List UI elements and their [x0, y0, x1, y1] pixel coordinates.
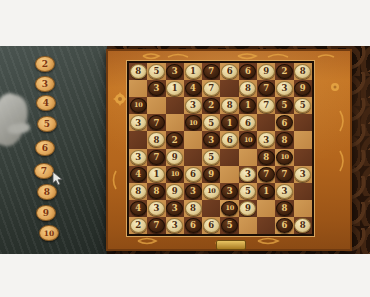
disc-8-dark[interactable]: 8: [276, 201, 293, 216]
square-r8c3[interactable]: 9: [166, 183, 184, 200]
square-r10c3[interactable]: 3: [166, 217, 184, 234]
square-r2c2[interactable]: 3: [147, 80, 165, 97]
square-r8c9[interactable]: 3: [275, 183, 293, 200]
disc-3-dark[interactable]: 3: [185, 184, 202, 199]
disc-9-light[interactable]: 9: [166, 184, 183, 199]
square-r2c6[interactable]: [220, 80, 238, 97]
disc-5-light[interactable]: 5: [148, 64, 165, 79]
square-r2c8[interactable]: 7: [257, 80, 275, 97]
disc-3-light[interactable]: 3: [148, 201, 165, 216]
disc-8-light[interactable]: 8: [148, 132, 165, 147]
disc-6-light[interactable]: 6: [185, 167, 202, 182]
disc-3-dark[interactable]: 3: [203, 132, 220, 147]
disc-10-light[interactable]: 10: [203, 184, 220, 199]
disc-8-light[interactable]: 8: [130, 184, 147, 199]
disc-1-light[interactable]: 1: [148, 167, 165, 182]
brass-clasp: [216, 240, 246, 250]
square-r6c4[interactable]: [184, 149, 202, 166]
disc-2-dark[interactable]: 2: [166, 132, 183, 147]
square-r7c5[interactable]: 9: [202, 166, 220, 183]
square-r8c10[interactable]: [294, 183, 312, 200]
disc-3-light[interactable]: 3: [294, 167, 311, 182]
square-r4c10[interactable]: [294, 114, 312, 131]
square-r2c9[interactable]: 3: [275, 80, 293, 97]
square-r3c5[interactable]: 2: [202, 97, 220, 114]
square-r10c2[interactable]: 7: [147, 217, 165, 234]
disc-9-dark[interactable]: 9: [294, 81, 311, 96]
disc-6-dark[interactable]: 6: [276, 218, 293, 233]
square-r1c4[interactable]: 1: [184, 63, 202, 80]
disc-6-light[interactable]: 6: [221, 64, 238, 79]
square-r2c3[interactable]: 1: [166, 80, 184, 97]
square-r8c1[interactable]: 8: [129, 183, 147, 200]
square-r3c3[interactable]: [166, 97, 184, 114]
square-r2c5[interactable]: 7: [202, 80, 220, 97]
square-r2c4[interactable]: 4: [184, 80, 202, 97]
disc-8-light[interactable]: 8: [185, 201, 202, 216]
square-r4c2[interactable]: 7: [147, 114, 165, 131]
square-r1c10[interactable]: 8: [294, 63, 312, 80]
tray-disc-10[interactable]: 10: [39, 225, 59, 241]
square-r5c6[interactable]: 6: [220, 131, 238, 148]
disc-3-dark[interactable]: 3: [166, 201, 183, 216]
square-r7c2[interactable]: 1: [147, 166, 165, 183]
screenshot: { "game": "Wooden 10x10 number-placement…: [0, 0, 370, 297]
square-r8c7[interactable]: 5: [239, 183, 257, 200]
disc-7-dark[interactable]: 7: [276, 167, 293, 182]
square-r6c9[interactable]: 10: [275, 149, 293, 166]
tray-disc-9[interactable]: 9: [36, 205, 56, 221]
square-r6c3[interactable]: 9: [166, 149, 184, 166]
square-r5c1[interactable]: [129, 131, 147, 148]
letterbox-bottom: [0, 254, 370, 297]
disc-6-dark[interactable]: 6: [276, 115, 293, 130]
square-r4c8[interactable]: [257, 114, 275, 131]
square-r1c5[interactable]: 7: [202, 63, 220, 80]
square-r5c8[interactable]: 3: [257, 131, 275, 148]
disc-6-light[interactable]: 6: [221, 132, 238, 147]
square-r8c6[interactable]: 3: [220, 183, 238, 200]
square-r10c5[interactable]: 6: [202, 217, 220, 234]
square-r5c9[interactable]: 8: [275, 131, 293, 148]
square-r6c2[interactable]: 7: [147, 149, 165, 166]
square-r10c7[interactable]: [239, 217, 257, 234]
square-r7c1[interactable]: 4: [129, 166, 147, 183]
disc-3-light[interactable]: 3: [276, 184, 293, 199]
disc-4-dark[interactable]: 4: [185, 81, 202, 96]
disc-7-light[interactable]: 7: [203, 81, 220, 96]
tray-disc-7[interactable]: 7: [34, 163, 54, 179]
disc-6-light[interactable]: 6: [203, 218, 220, 233]
disc-8-light[interactable]: 8: [130, 64, 147, 79]
square-r1c1[interactable]: 8: [129, 63, 147, 80]
square-r8c2[interactable]: 8: [147, 183, 165, 200]
square-r10c9[interactable]: 6: [275, 217, 293, 234]
disc-9-light[interactable]: 9: [166, 150, 183, 165]
square-r1c8[interactable]: 9: [257, 63, 275, 80]
disc-4-dark[interactable]: 4: [130, 167, 147, 182]
square-r4c4[interactable]: 10: [184, 114, 202, 131]
square-r4c6[interactable]: 1: [220, 114, 238, 131]
square-r10c1[interactable]: 2: [129, 217, 147, 234]
disc-3-dark[interactable]: 3: [166, 64, 183, 79]
square-r4c9[interactable]: 6: [275, 114, 293, 131]
square-r6c10[interactable]: [294, 149, 312, 166]
square-r5c3[interactable]: 2: [166, 131, 184, 148]
disc-9-dark[interactable]: 9: [203, 167, 220, 182]
square-r6c7[interactable]: [239, 149, 257, 166]
disc-2-dark[interactable]: 2: [203, 98, 220, 113]
square-r1c6[interactable]: 6: [220, 63, 238, 80]
square-r2c10[interactable]: 9: [294, 80, 312, 97]
square-r9c10[interactable]: [294, 200, 312, 217]
disc-5-dark[interactable]: 5: [221, 218, 238, 233]
square-r3c2[interactable]: [147, 97, 165, 114]
square-r2c1[interactable]: [129, 80, 147, 97]
square-r7c9[interactable]: 7: [275, 166, 293, 183]
letterbox-top: [0, 0, 370, 46]
tray-disc-5[interactable]: 5: [37, 116, 57, 132]
square-r3c8[interactable]: 7: [257, 97, 275, 114]
square-r10c6[interactable]: 5: [220, 217, 238, 234]
disc-10-dark[interactable]: 10: [130, 98, 147, 113]
square-r8c4[interactable]: 3: [184, 183, 202, 200]
square-r9c1[interactable]: 4: [129, 200, 147, 217]
square-r6c8[interactable]: 8: [257, 149, 275, 166]
disc-7-dark[interactable]: 7: [258, 81, 275, 96]
square-r5c10[interactable]: [294, 131, 312, 148]
disc-3-light[interactable]: 3: [166, 218, 183, 233]
square-r10c10[interactable]: 8: [294, 217, 312, 234]
square-r6c1[interactable]: 3: [129, 149, 147, 166]
square-r5c5[interactable]: 3: [202, 131, 220, 148]
disc-9-light[interactable]: 9: [258, 64, 275, 79]
square-r2c7[interactable]: 8: [239, 80, 257, 97]
square-r9c4[interactable]: 8: [184, 200, 202, 217]
square-r4c1[interactable]: 3: [129, 114, 147, 131]
tray-disc-2[interactable]: 2: [35, 56, 55, 72]
square-r7c10[interactable]: 3: [294, 166, 312, 183]
square-r9c6[interactable]: 10: [220, 200, 238, 217]
disc-8-dark[interactable]: 8: [258, 150, 275, 165]
disc-3-dark[interactable]: 3: [221, 184, 238, 199]
disc-7-light[interactable]: 7: [258, 98, 275, 113]
square-r4c7[interactable]: 6: [239, 114, 257, 131]
square-r9c8[interactable]: [257, 200, 275, 217]
slate-surface: 2345678910: [0, 46, 107, 254]
square-r4c5[interactable]: 5: [202, 114, 220, 131]
disc-10-dark[interactable]: 10: [221, 201, 238, 216]
square-r5c7[interactable]: 10: [239, 131, 257, 148]
disc-7-dark[interactable]: 7: [258, 167, 275, 182]
square-r7c8[interactable]: 7: [257, 166, 275, 183]
square-r1c3[interactable]: 3: [166, 63, 184, 80]
disc-1-dark[interactable]: 1: [258, 184, 275, 199]
square-r3c4[interactable]: 3: [184, 97, 202, 114]
board-grid: 8531766928314787391032817553710516682361…: [127, 61, 314, 236]
disc-6-dark[interactable]: 6: [185, 218, 202, 233]
disc-3-light[interactable]: 3: [185, 98, 202, 113]
disc-10-dark[interactable]: 10: [185, 115, 202, 130]
disc-7-dark[interactable]: 7: [148, 150, 165, 165]
square-r8c8[interactable]: 1: [257, 183, 275, 200]
disc-5-light[interactable]: 5: [239, 184, 256, 199]
disc-8-light[interactable]: 8: [239, 81, 256, 96]
square-r7c7[interactable]: 3: [239, 166, 257, 183]
disc-4-dark[interactable]: 4: [130, 201, 147, 216]
square-r8c5[interactable]: 10: [202, 183, 220, 200]
tray-disc-4[interactable]: 4: [36, 95, 56, 111]
disc-10-dark[interactable]: 10: [239, 132, 256, 147]
square-r1c7[interactable]: 6: [239, 63, 257, 80]
disc-3-dark[interactable]: 3: [148, 81, 165, 96]
disc-5-dark[interactable]: 5: [276, 98, 293, 113]
square-r9c7[interactable]: 9: [239, 200, 257, 217]
photo-area: 2345678910: [0, 46, 370, 254]
disc-7-dark[interactable]: 7: [203, 64, 220, 79]
wooden-box: 8531766928314787391032817553710516682361…: [106, 49, 352, 251]
tray-disc-3[interactable]: 3: [35, 76, 55, 92]
disc-5-light[interactable]: 5: [203, 150, 220, 165]
disc-9-light[interactable]: 9: [239, 201, 256, 216]
figurine-blur: [0, 90, 33, 150]
disc-8-light[interactable]: 8: [294, 218, 311, 233]
square-r4c3[interactable]: [166, 114, 184, 131]
square-r10c4[interactable]: 6: [184, 217, 202, 234]
disc-2-light[interactable]: 2: [130, 218, 147, 233]
disc-3-light[interactable]: 3: [239, 167, 256, 182]
disc-10-dark[interactable]: 10: [276, 150, 293, 165]
square-r6c5[interactable]: 5: [202, 149, 220, 166]
disc-6-light[interactable]: 6: [239, 115, 256, 130]
square-r9c5[interactable]: [202, 200, 220, 217]
square-r3c6[interactable]: 8: [220, 97, 238, 114]
square-r7c6[interactable]: [220, 166, 238, 183]
square-r7c4[interactable]: 6: [184, 166, 202, 183]
disc-7-dark[interactable]: 7: [148, 115, 165, 130]
square-r1c2[interactable]: 5: [147, 63, 165, 80]
disc-3-light[interactable]: 3: [258, 132, 275, 147]
disc-1-dark[interactable]: 1: [239, 98, 256, 113]
disc-8-light[interactable]: 8: [221, 98, 238, 113]
square-r6c6[interactable]: [220, 149, 238, 166]
square-r5c4[interactable]: [184, 131, 202, 148]
square-r3c7[interactable]: 1: [239, 97, 257, 114]
square-r5c2[interactable]: 8: [147, 131, 165, 148]
disc-8-dark[interactable]: 8: [276, 132, 293, 147]
square-r3c9[interactable]: 5: [275, 97, 293, 114]
disc-1-light[interactable]: 1: [185, 64, 202, 79]
disc-8-dark[interactable]: 8: [148, 184, 165, 199]
square-r10c8[interactable]: [257, 217, 275, 234]
tray-disc-6[interactable]: 6: [35, 140, 55, 156]
disc-3-light[interactable]: 3: [130, 115, 147, 130]
square-r1c9[interactable]: 2: [275, 63, 293, 80]
disc-5-light[interactable]: 5: [203, 115, 220, 130]
disc-3-light[interactable]: 3: [276, 81, 293, 96]
disc-8-light[interactable]: 8: [294, 64, 311, 79]
disc-6-dark[interactable]: 6: [239, 64, 256, 79]
square-r3c10[interactable]: 5: [294, 97, 312, 114]
disc-10-dark[interactable]: 10: [166, 167, 183, 182]
disc-5-light[interactable]: 5: [294, 98, 311, 113]
square-r3c1[interactable]: 10: [129, 97, 147, 114]
disc-1-light[interactable]: 1: [166, 81, 183, 96]
mouse-cursor-icon: [52, 171, 64, 190]
disc-2-dark[interactable]: 2: [276, 64, 293, 79]
square-r7c3[interactable]: 10: [166, 166, 184, 183]
disc-7-dark[interactable]: 7: [148, 218, 165, 233]
square-r9c2[interactable]: 3: [147, 200, 165, 217]
square-r9c3[interactable]: 3: [166, 200, 184, 217]
disc-3-light[interactable]: 3: [130, 150, 147, 165]
disc-1-dark[interactable]: 1: [221, 115, 238, 130]
square-r9c9[interactable]: 8: [275, 200, 293, 217]
